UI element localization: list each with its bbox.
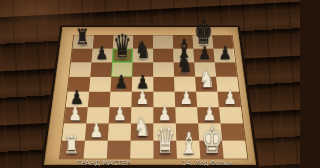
piece-black-queen[interactable]: ♛ (113, 30, 132, 62)
square-b1[interactable] (83, 141, 107, 159)
square-b7[interactable]: ♟ (92, 49, 113, 63)
square-b5[interactable] (89, 77, 111, 92)
square-a3[interactable]: ♟ (64, 107, 88, 123)
square-f3[interactable] (175, 107, 198, 123)
square-f6[interactable]: ♞ (174, 62, 195, 76)
square-b2[interactable]: ♟ (85, 124, 109, 141)
piece-black-knight[interactable]: ♞ (135, 39, 151, 63)
square-a7[interactable] (71, 49, 93, 63)
piece-white-pawn[interactable]: ♟ (136, 88, 150, 107)
square-d7[interactable]: ♞ (133, 49, 154, 63)
square-e1[interactable]: ♛ (154, 141, 177, 159)
piece-black-pawn[interactable]: ♟ (198, 45, 211, 63)
square-d1[interactable] (130, 141, 153, 159)
piece-white-king[interactable]: ♚ (201, 121, 223, 159)
chess-board-scene: ♜♚♟♛♞♝♟♟♞♟♟♞♟♟♟♟♟♟♟♟♟♞♜♛♝♚ (41, 26, 259, 167)
square-b6[interactable] (90, 62, 112, 76)
square-d4[interactable]: ♟ (131, 92, 153, 108)
square-c7[interactable]: ♛ (112, 49, 133, 63)
square-g5[interactable]: ♞ (195, 77, 217, 92)
square-c3[interactable]: ♟ (109, 107, 132, 123)
square-e6[interactable] (153, 62, 174, 76)
difficulty-level-label: ГРАНД МАСТЕР (77, 159, 130, 167)
piece-white-knight[interactable]: ♞ (133, 114, 150, 140)
piece-white-rook[interactable]: ♜ (63, 133, 80, 159)
square-h2[interactable] (221, 124, 245, 141)
square-b4[interactable] (88, 92, 111, 108)
board-frame: ♜♚♟♛♞♝♟♟♞♟♟♞♟♟♟♟♟♟♟♟♟♞♜♛♝♚ (41, 26, 259, 167)
square-e8[interactable] (153, 35, 173, 48)
square-c1[interactable] (107, 141, 131, 159)
piece-white-knight[interactable]: ♞ (199, 67, 215, 92)
square-c5[interactable]: ♟ (110, 77, 132, 92)
square-d2[interactable]: ♞ (131, 124, 154, 141)
square-a6[interactable] (69, 62, 91, 76)
square-a8[interactable]: ♜ (73, 35, 94, 48)
piece-black-pawn[interactable]: ♟ (219, 45, 232, 63)
chess-board[interactable]: ♜♚♟♛♞♝♟♟♞♟♟♞♟♟♟♟♟♟♟♟♟♞♜♛♝♚ (59, 35, 248, 159)
move-status-label: 14. Ход белых (182, 159, 233, 167)
square-g7[interactable]: ♟ (193, 49, 214, 63)
square-a1[interactable]: ♜ (60, 141, 85, 159)
piece-white-bishop[interactable]: ♝ (179, 129, 198, 158)
square-h4[interactable]: ♟ (218, 92, 241, 108)
square-e5[interactable] (153, 77, 174, 92)
piece-white-pawn[interactable]: ♟ (89, 121, 103, 141)
piece-white-pawn[interactable]: ♟ (179, 88, 193, 107)
piece-black-pawn[interactable]: ♟ (95, 45, 108, 63)
piece-black-knight[interactable]: ♞ (177, 53, 193, 77)
piece-white-pawn[interactable]: ♟ (113, 104, 127, 123)
piece-white-queen[interactable]: ♛ (155, 122, 176, 159)
square-g1[interactable]: ♚ (199, 141, 224, 159)
piece-white-pawn[interactable]: ♟ (68, 104, 82, 123)
square-e7[interactable] (153, 49, 174, 63)
square-f1[interactable]: ♝ (176, 141, 200, 159)
square-h6[interactable] (215, 62, 237, 76)
piece-black-pawn[interactable]: ♟ (114, 73, 127, 92)
square-c2[interactable] (108, 124, 131, 141)
square-h1[interactable] (222, 141, 247, 159)
square-h7[interactable]: ♟ (213, 49, 235, 63)
piece-white-pawn[interactable]: ♟ (223, 88, 237, 107)
square-f4[interactable]: ♟ (175, 92, 197, 108)
piece-black-rook[interactable]: ♜ (75, 26, 90, 48)
